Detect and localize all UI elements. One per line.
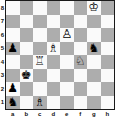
square-d6[interactable] bbox=[47, 28, 61, 42]
square-f3[interactable] bbox=[74, 69, 88, 83]
square-c7[interactable] bbox=[33, 15, 47, 29]
square-d3[interactable] bbox=[47, 69, 61, 83]
square-c1[interactable]: ♗ bbox=[33, 96, 47, 110]
square-d4[interactable] bbox=[47, 55, 61, 69]
square-a4[interactable] bbox=[6, 55, 20, 69]
square-e1[interactable] bbox=[60, 96, 74, 110]
square-a3[interactable] bbox=[6, 69, 20, 83]
file-label-b: b bbox=[20, 110, 34, 118]
piece-white-king[interactable]: ♔ bbox=[88, 1, 99, 15]
square-c3[interactable] bbox=[33, 69, 47, 83]
square-h2[interactable] bbox=[101, 82, 115, 96]
square-h4[interactable] bbox=[101, 55, 115, 69]
square-h3[interactable] bbox=[101, 69, 115, 83]
file-label-h: h bbox=[101, 110, 115, 118]
square-f4[interactable]: ♘ bbox=[74, 55, 88, 69]
square-f1[interactable] bbox=[74, 96, 88, 110]
square-c5[interactable] bbox=[33, 42, 47, 56]
file-label-d: d bbox=[47, 110, 61, 118]
square-a7[interactable] bbox=[6, 15, 20, 29]
square-g7[interactable] bbox=[87, 15, 101, 29]
file-label-f: f bbox=[74, 110, 88, 118]
square-a5[interactable]: ♟ bbox=[6, 42, 20, 56]
square-b1[interactable] bbox=[20, 96, 34, 110]
piece-white-rook[interactable]: ♖ bbox=[34, 55, 45, 69]
square-b2[interactable] bbox=[20, 82, 34, 96]
square-e7[interactable] bbox=[60, 15, 74, 29]
square-c2[interactable] bbox=[33, 82, 47, 96]
piece-black-knight[interactable]: ♞ bbox=[7, 96, 18, 110]
square-f5[interactable] bbox=[74, 42, 88, 56]
square-e2[interactable] bbox=[60, 82, 74, 96]
piece-white-pawn[interactable]: ♙ bbox=[61, 28, 72, 42]
square-g5[interactable]: ♞ bbox=[87, 42, 101, 56]
chess-board: ♔♙♟♗♞♖♘♚♟♞♗ bbox=[5, 0, 115, 110]
square-f7[interactable] bbox=[74, 15, 88, 29]
square-h6[interactable] bbox=[101, 28, 115, 42]
square-d7[interactable] bbox=[47, 15, 61, 29]
square-g2[interactable] bbox=[87, 82, 101, 96]
piece-white-bishop[interactable]: ♗ bbox=[34, 96, 45, 110]
square-a1[interactable]: ♞ bbox=[6, 96, 20, 110]
file-label-g: g bbox=[87, 110, 101, 118]
square-g6[interactable] bbox=[87, 28, 101, 42]
file-label-c: c bbox=[33, 110, 47, 118]
square-h8[interactable] bbox=[101, 1, 115, 15]
square-e6[interactable]: ♙ bbox=[60, 28, 74, 42]
piece-black-knight[interactable]: ♞ bbox=[88, 42, 99, 56]
piece-black-pawn[interactable]: ♟ bbox=[7, 42, 18, 56]
piece-white-knight[interactable]: ♘ bbox=[75, 55, 86, 69]
file-labels: abcdefgh bbox=[5, 110, 115, 118]
square-d1[interactable] bbox=[47, 96, 61, 110]
square-c6[interactable] bbox=[33, 28, 47, 42]
square-g3[interactable] bbox=[87, 69, 101, 83]
square-f8[interactable] bbox=[74, 1, 88, 15]
square-a8[interactable] bbox=[6, 1, 20, 15]
file-label-a: a bbox=[6, 110, 20, 118]
square-h5[interactable] bbox=[101, 42, 115, 56]
piece-black-pawn[interactable]: ♟ bbox=[7, 82, 18, 96]
square-h1[interactable] bbox=[101, 96, 115, 110]
square-e4[interactable] bbox=[60, 55, 74, 69]
square-f2[interactable] bbox=[74, 82, 88, 96]
square-d2[interactable] bbox=[47, 82, 61, 96]
square-d5[interactable]: ♗ bbox=[47, 42, 61, 56]
square-e5[interactable] bbox=[60, 42, 74, 56]
square-a6[interactable] bbox=[6, 28, 20, 42]
piece-white-bishop[interactable]: ♗ bbox=[48, 42, 59, 56]
square-f6[interactable] bbox=[74, 28, 88, 42]
piece-black-king[interactable]: ♚ bbox=[21, 69, 32, 83]
file-label-e: e bbox=[60, 110, 74, 118]
square-e8[interactable] bbox=[60, 1, 74, 15]
square-b8[interactable] bbox=[20, 1, 34, 15]
square-e3[interactable] bbox=[60, 69, 74, 83]
square-b4[interactable] bbox=[20, 55, 34, 69]
square-c8[interactable] bbox=[33, 1, 47, 15]
square-c4[interactable]: ♖ bbox=[33, 55, 47, 69]
square-h7[interactable] bbox=[101, 15, 115, 29]
square-g1[interactable] bbox=[87, 96, 101, 110]
square-b6[interactable] bbox=[20, 28, 34, 42]
chess-diagram: 87654321 ♔♙♟♗♞♖♘♚♟♞♗ abcdefgh bbox=[0, 0, 118, 118]
square-a2[interactable]: ♟ bbox=[6, 82, 20, 96]
square-d8[interactable] bbox=[47, 1, 61, 15]
square-b7[interactable] bbox=[20, 15, 34, 29]
square-b5[interactable] bbox=[20, 42, 34, 56]
square-b3[interactable]: ♚ bbox=[20, 69, 34, 83]
square-g4[interactable] bbox=[87, 55, 101, 69]
square-g8[interactable]: ♔ bbox=[87, 1, 101, 15]
